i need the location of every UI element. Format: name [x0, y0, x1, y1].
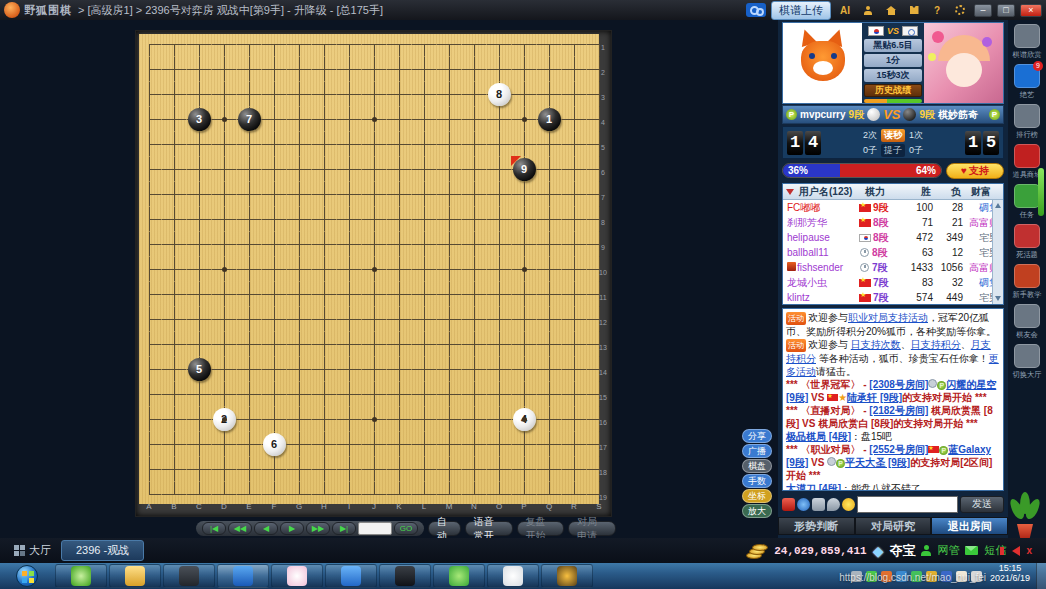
board-intersection[interactable] [462, 207, 487, 232]
board-intersection[interactable] [137, 132, 162, 157]
board-intersection[interactable] [462, 57, 487, 82]
board-intersection[interactable] [337, 157, 362, 182]
board-intersection[interactable] [387, 132, 412, 157]
board-intersection[interactable] [337, 107, 362, 132]
board-intersection[interactable] [437, 382, 462, 407]
board-intersection[interactable] [412, 432, 437, 457]
board-option-分享[interactable]: 分享 [742, 429, 772, 443]
board-intersection[interactable] [337, 357, 362, 382]
board-intersection[interactable] [437, 282, 462, 307]
board-intersection[interactable] [187, 407, 212, 432]
board-intersection[interactable] [287, 32, 312, 57]
sidebar-item-绝艺[interactable]: 9绝艺 [1014, 64, 1040, 100]
board-intersection[interactable] [337, 57, 362, 82]
treasure-button[interactable]: 夺宝 [889, 542, 915, 560]
board-intersection[interactable] [162, 282, 187, 307]
board-intersection[interactable]: 9 [512, 157, 537, 182]
board-intersection[interactable] [337, 282, 362, 307]
spectator-row[interactable]: ballball118段6312宅男 [783, 245, 1003, 260]
sidebar-item-棋谱欣赏[interactable]: 棋谱欣赏 [1011, 24, 1043, 60]
board-intersection[interactable] [362, 132, 387, 157]
board-intersection[interactable] [512, 432, 537, 457]
board-intersection[interactable] [512, 132, 537, 157]
board-intersection[interactable] [487, 57, 512, 82]
board-intersection[interactable] [387, 332, 412, 357]
board-intersection[interactable] [237, 32, 262, 57]
board-intersection[interactable] [237, 307, 262, 332]
board-intersection[interactable]: 4 [512, 407, 537, 432]
board-intersection[interactable] [262, 332, 287, 357]
board-intersection[interactable] [487, 382, 512, 407]
board-intersection[interactable] [387, 107, 412, 132]
board-intersection[interactable] [137, 107, 162, 132]
board-option-坐标[interactable]: 坐标 [742, 489, 772, 503]
board-intersection[interactable] [287, 282, 312, 307]
board-intersection[interactable] [487, 232, 512, 257]
board-intersection[interactable] [462, 357, 487, 382]
board-intersection[interactable] [137, 332, 162, 357]
board-intersection[interactable] [562, 232, 587, 257]
board-intersection[interactable] [562, 332, 587, 357]
board-intersection[interactable] [162, 232, 187, 257]
board-intersection[interactable] [462, 257, 487, 282]
board-intersection[interactable] [337, 257, 362, 282]
board-intersection[interactable] [487, 32, 512, 57]
board-intersection[interactable] [162, 157, 187, 182]
board-intersection[interactable] [437, 257, 462, 282]
board-intersection[interactable] [287, 382, 312, 407]
tray-icon-5[interactable] [926, 571, 937, 582]
board-intersection[interactable] [187, 157, 212, 182]
board-intersection[interactable] [562, 207, 587, 232]
board-intersection[interactable] [537, 57, 562, 82]
board-intersection[interactable] [437, 207, 462, 232]
board-intersection[interactable]: 5 [187, 357, 212, 382]
board-intersection[interactable] [512, 332, 537, 357]
board-intersection[interactable] [212, 107, 237, 132]
panel-button-退出房间[interactable]: 退出房间 [931, 517, 1008, 535]
maximize-button[interactable]: □ [997, 4, 1015, 17]
board-intersection[interactable] [262, 457, 287, 482]
board-intersection[interactable] [212, 232, 237, 257]
board-intersection[interactable] [562, 157, 587, 182]
board-intersection[interactable] [537, 457, 562, 482]
board-intersection[interactable] [137, 307, 162, 332]
board-intersection[interactable] [162, 107, 187, 132]
board-intersection[interactable] [137, 157, 162, 182]
board-intersection[interactable] [412, 282, 437, 307]
home-icon[interactable] [882, 3, 900, 17]
board-intersection[interactable] [362, 232, 387, 257]
sidebar-item-新手教学[interactable]: 新手教学 [1011, 264, 1043, 300]
tray-icon-8[interactable] [971, 571, 982, 582]
board-intersection[interactable] [337, 182, 362, 207]
board-intersection[interactable] [462, 132, 487, 157]
board-intersection[interactable] [412, 157, 437, 182]
board-intersection[interactable] [312, 207, 337, 232]
board-intersection[interactable] [162, 332, 187, 357]
board-intersection[interactable] [537, 332, 562, 357]
board-intersection[interactable] [237, 407, 262, 432]
board-intersection[interactable] [537, 157, 562, 182]
board-intersection[interactable] [262, 57, 287, 82]
kifu-upload-button[interactable]: 棋谱上传 [771, 1, 831, 20]
board-intersection[interactable] [537, 207, 562, 232]
board-intersection[interactable] [412, 382, 437, 407]
board-intersection[interactable] [387, 457, 412, 482]
taskbar-clock[interactable]: 15:15 2021/6/19 [984, 563, 1036, 589]
board-intersection[interactable] [237, 57, 262, 82]
棋友会-icon[interactable] [1014, 304, 1040, 328]
board-intersection[interactable] [212, 257, 237, 282]
board-intersection[interactable] [287, 207, 312, 232]
board-intersection[interactable] [487, 457, 512, 482]
board-intersection[interactable] [362, 457, 387, 482]
board-intersection[interactable] [162, 457, 187, 482]
sidebar-item-切换大厅[interactable]: 切换大厅 [1011, 344, 1043, 380]
board-intersection[interactable] [462, 107, 487, 132]
board-intersection[interactable] [462, 457, 487, 482]
board-intersection[interactable] [262, 407, 287, 432]
board-intersection[interactable] [187, 82, 212, 107]
board-intersection[interactable] [287, 57, 312, 82]
board-option-棋盘[interactable]: 棋盘 [742, 459, 772, 473]
board-intersection[interactable] [337, 382, 362, 407]
spectator-row[interactable]: klintz7段574449宅男 [783, 290, 1003, 305]
board-intersection[interactable] [387, 282, 412, 307]
close-button[interactable]: × [1020, 4, 1042, 17]
board-intersection[interactable] [412, 357, 437, 382]
board-intersection[interactable] [387, 257, 412, 282]
show-desktop-button[interactable] [1036, 563, 1046, 589]
support-button[interactable]: ♥ 支持 [946, 163, 1004, 179]
board-intersection[interactable] [287, 432, 312, 457]
board-intersection[interactable] [262, 107, 287, 132]
board-intersection[interactable] [362, 307, 387, 332]
tray-icon-3[interactable] [896, 571, 907, 582]
board-intersection[interactable] [487, 357, 512, 382]
board-intersection[interactable] [187, 57, 212, 82]
board-intersection[interactable] [287, 232, 312, 257]
board-intersection[interactable] [262, 282, 287, 307]
board-intersection[interactable] [212, 132, 237, 157]
board-intersection[interactable] [562, 132, 587, 157]
board-intersection[interactable] [262, 32, 287, 57]
board-intersection[interactable] [362, 257, 387, 282]
auto-button[interactable]: 自动 [428, 521, 461, 536]
board-intersection[interactable] [412, 82, 437, 107]
board-intersection[interactable] [137, 282, 162, 307]
sidebar-item-棋友会[interactable]: 棋友会 [1014, 304, 1040, 340]
死活题-icon[interactable] [1014, 224, 1040, 248]
board-intersection[interactable] [237, 207, 262, 232]
board-intersection[interactable] [362, 182, 387, 207]
board-intersection[interactable] [137, 182, 162, 207]
board-intersection[interactable] [537, 357, 562, 382]
board-intersection[interactable] [462, 282, 487, 307]
board-intersection[interactable] [487, 207, 512, 232]
speaker-muted-icon[interactable] [1012, 546, 1020, 556]
board-intersection[interactable] [462, 382, 487, 407]
board-intersection[interactable] [187, 32, 212, 57]
board-intersection[interactable] [462, 182, 487, 207]
board-intersection[interactable] [512, 57, 537, 82]
taskbar-app-sogou-flame[interactable] [541, 564, 593, 588]
board-intersection[interactable] [537, 282, 562, 307]
board-intersection[interactable] [262, 207, 287, 232]
board-intersection[interactable] [162, 382, 187, 407]
minimize-button[interactable]: – [974, 4, 992, 17]
board-intersection[interactable] [337, 307, 362, 332]
board-intersection[interactable] [462, 407, 487, 432]
board-intersection[interactable] [312, 57, 337, 82]
board-intersection[interactable] [337, 407, 362, 432]
board-intersection[interactable] [437, 182, 462, 207]
board-intersection[interactable]: 1 [537, 107, 562, 132]
board-intersection[interactable] [412, 332, 437, 357]
board-intersection[interactable] [412, 257, 437, 282]
board-intersection[interactable] [487, 407, 512, 432]
board-intersection[interactable] [287, 332, 312, 357]
board-intersection[interactable] [512, 107, 537, 132]
board-intersection[interactable] [262, 257, 287, 282]
board-intersection[interactable] [512, 357, 537, 382]
panel-button-对局研究[interactable]: 对局研究 [855, 517, 932, 535]
board-intersection[interactable] [387, 82, 412, 107]
board-intersection[interactable] [512, 282, 537, 307]
board-intersection[interactable] [187, 432, 212, 457]
board-intersection[interactable] [537, 407, 562, 432]
taskbar-app-cmd[interactable] [379, 564, 431, 588]
tray-icon-2[interactable] [881, 571, 892, 582]
board-intersection[interactable] [312, 457, 337, 482]
道具商城-icon[interactable] [1014, 144, 1040, 168]
board-intersection[interactable] [162, 432, 187, 457]
board-intersection[interactable] [187, 207, 212, 232]
nav-back-button[interactable]: ◀ [254, 522, 278, 535]
emoticon-icon[interactable] [842, 498, 855, 511]
board-intersection[interactable] [487, 132, 512, 157]
tray-icon-6[interactable] [941, 571, 952, 582]
board-intersection[interactable] [287, 307, 312, 332]
board-intersection[interactable] [362, 207, 387, 232]
任务-icon[interactable] [1014, 184, 1040, 208]
board-intersection[interactable] [562, 82, 587, 107]
taskbar-app-folder[interactable] [109, 564, 161, 588]
board-intersection[interactable] [387, 182, 412, 207]
board-intersection[interactable] [212, 82, 237, 107]
board-intersection[interactable] [512, 257, 537, 282]
board-intersection[interactable] [362, 107, 387, 132]
speech-bubble-icon[interactable] [827, 498, 840, 511]
board-intersection[interactable] [237, 282, 262, 307]
board-intersection[interactable] [387, 432, 412, 457]
board-intersection[interactable] [437, 32, 462, 57]
nav-first-button[interactable]: |◀ [202, 522, 226, 535]
board-intersection[interactable] [462, 232, 487, 257]
board-intersection[interactable] [437, 457, 462, 482]
message-icon[interactable] [965, 546, 978, 555]
board-intersection[interactable] [137, 32, 162, 57]
board-intersection[interactable] [437, 107, 462, 132]
board-intersection[interactable] [337, 457, 362, 482]
board-option-放大[interactable]: 放大 [742, 504, 772, 518]
board-intersection[interactable] [312, 32, 337, 57]
review-button[interactable]: 复盘开始 [517, 521, 565, 536]
spectator-row[interactable]: FC嘟嘟9段10028碉堡 [783, 200, 1003, 215]
goban-grid[interactable]: 837195246 [137, 32, 612, 507]
board-intersection[interactable] [512, 307, 537, 332]
board-intersection[interactable] [162, 132, 187, 157]
board-intersection[interactable]: 7 [237, 107, 262, 132]
board-intersection[interactable] [162, 182, 187, 207]
board-intersection[interactable] [487, 282, 512, 307]
history-record-button[interactable]: 历史战绩 [864, 84, 922, 97]
board-intersection[interactable] [162, 407, 187, 432]
board-intersection[interactable] [287, 157, 312, 182]
board-intersection[interactable] [487, 107, 512, 132]
board-intersection[interactable] [287, 407, 312, 432]
board-intersection[interactable] [237, 432, 262, 457]
board-intersection[interactable] [162, 57, 187, 82]
taskbar-app-photo-viewer[interactable] [163, 564, 215, 588]
board-intersection[interactable] [537, 82, 562, 107]
board-intersection[interactable] [412, 232, 437, 257]
board-intersection[interactable] [437, 432, 462, 457]
board-intersection[interactable] [187, 132, 212, 157]
board-intersection[interactable] [412, 207, 437, 232]
board-intersection[interactable] [412, 132, 437, 157]
tray-icon-1[interactable] [866, 571, 877, 582]
tray-icon-0[interactable] [851, 571, 862, 582]
board-intersection[interactable] [337, 432, 362, 457]
board-intersection[interactable] [212, 332, 237, 357]
admin-icon[interactable] [921, 545, 931, 556]
board-intersection[interactable] [537, 382, 562, 407]
taskbar-app-qq[interactable] [487, 564, 539, 588]
board-intersection[interactable] [487, 432, 512, 457]
board-intersection[interactable] [562, 32, 587, 57]
board-intersection[interactable] [387, 407, 412, 432]
board-intersection[interactable] [187, 182, 212, 207]
board-intersection[interactable] [562, 382, 587, 407]
board-intersection[interactable] [312, 82, 337, 107]
filter-icon[interactable] [786, 189, 794, 195]
board-intersection[interactable] [287, 82, 312, 107]
taskbar-app-fox-go[interactable] [217, 564, 269, 588]
board-option-手数[interactable]: 手数 [742, 474, 772, 488]
scroll-down-icon[interactable] [995, 296, 1001, 301]
board-intersection[interactable] [462, 82, 487, 107]
board-intersection[interactable] [237, 257, 262, 282]
white-player-avatar[interactable] [783, 23, 862, 103]
棋谱欣赏-icon[interactable] [1014, 24, 1040, 48]
board-intersection[interactable] [487, 307, 512, 332]
board-intersection[interactable]: 3 [187, 107, 212, 132]
nav-fast-forward-button[interactable]: ▶▶ [306, 522, 330, 535]
board-intersection[interactable] [187, 332, 212, 357]
board-intersection[interactable] [362, 432, 387, 457]
board-intersection[interactable] [462, 332, 487, 357]
board-intersection[interactable] [362, 32, 387, 57]
board-intersection[interactable] [287, 257, 312, 282]
board-intersection[interactable] [437, 82, 462, 107]
board-intersection[interactable] [212, 57, 237, 82]
scroll-up-icon[interactable] [995, 203, 1001, 208]
board-intersection[interactable] [462, 157, 487, 182]
board-intersection[interactable] [512, 457, 537, 482]
board-intersection[interactable] [337, 132, 362, 157]
board-intersection[interactable] [362, 157, 387, 182]
board-intersection[interactable] [187, 282, 212, 307]
taskbar-app-browser-360[interactable] [55, 564, 107, 588]
send-button[interactable]: 发送 [960, 496, 1004, 513]
board-intersection[interactable] [462, 32, 487, 57]
board-intersection[interactable] [337, 207, 362, 232]
sidebar-item-排行榜[interactable]: 排行榜 [1014, 104, 1040, 140]
sidebar-item-任务[interactable]: 任务 [1014, 184, 1040, 220]
board-intersection[interactable] [537, 257, 562, 282]
board-intersection[interactable] [562, 57, 587, 82]
board-intersection[interactable] [412, 57, 437, 82]
board-intersection[interactable] [562, 407, 587, 432]
board-intersection[interactable] [237, 332, 262, 357]
board-intersection[interactable] [387, 232, 412, 257]
spectator-table-header[interactable]: 用户名(123) 棋力 胜 负 财富 [783, 184, 1003, 200]
tray-icon-4[interactable] [911, 571, 922, 582]
board-intersection[interactable] [212, 157, 237, 182]
board-intersection[interactable] [312, 332, 337, 357]
board-intersection[interactable] [387, 157, 412, 182]
board-intersection[interactable] [437, 357, 462, 382]
room-tab[interactable]: 2396 -观战 [61, 540, 144, 561]
board-intersection[interactable] [162, 357, 187, 382]
board-intersection[interactable] [512, 82, 537, 107]
board-intersection[interactable] [187, 307, 212, 332]
board-intersection[interactable] [212, 457, 237, 482]
board-intersection[interactable] [312, 132, 337, 157]
spectator-scrollbar[interactable] [992, 200, 1003, 304]
board-intersection[interactable] [412, 457, 437, 482]
board-intersection[interactable] [187, 457, 212, 482]
board-intersection[interactable] [537, 232, 562, 257]
board-intersection[interactable] [562, 257, 587, 282]
lobby-tab[interactable]: 大厅 [0, 543, 61, 558]
settings-gear-icon[interactable] [951, 3, 969, 17]
board-intersection[interactable] [287, 107, 312, 132]
board-intersection[interactable] [512, 382, 537, 407]
board-intersection[interactable] [437, 132, 462, 157]
profile-icon[interactable] [859, 3, 877, 17]
cloud-icon[interactable] [746, 3, 766, 17]
board-intersection[interactable] [212, 307, 237, 332]
microphone-icon[interactable] [812, 498, 825, 511]
board-intersection[interactable] [437, 332, 462, 357]
board-intersection[interactable] [512, 182, 537, 207]
board-intersection[interactable] [487, 182, 512, 207]
board-intersection[interactable] [237, 457, 262, 482]
新手教学-icon[interactable] [1014, 264, 1040, 288]
board-intersection[interactable] [362, 357, 387, 382]
board-intersection[interactable] [537, 32, 562, 57]
board-intersection[interactable] [412, 182, 437, 207]
board-intersection[interactable] [162, 257, 187, 282]
board-intersection[interactable] [212, 432, 237, 457]
board-intersection[interactable] [312, 257, 337, 282]
board-intersection[interactable] [262, 232, 287, 257]
board-intersection[interactable] [387, 382, 412, 407]
chat-input[interactable] [857, 496, 958, 513]
